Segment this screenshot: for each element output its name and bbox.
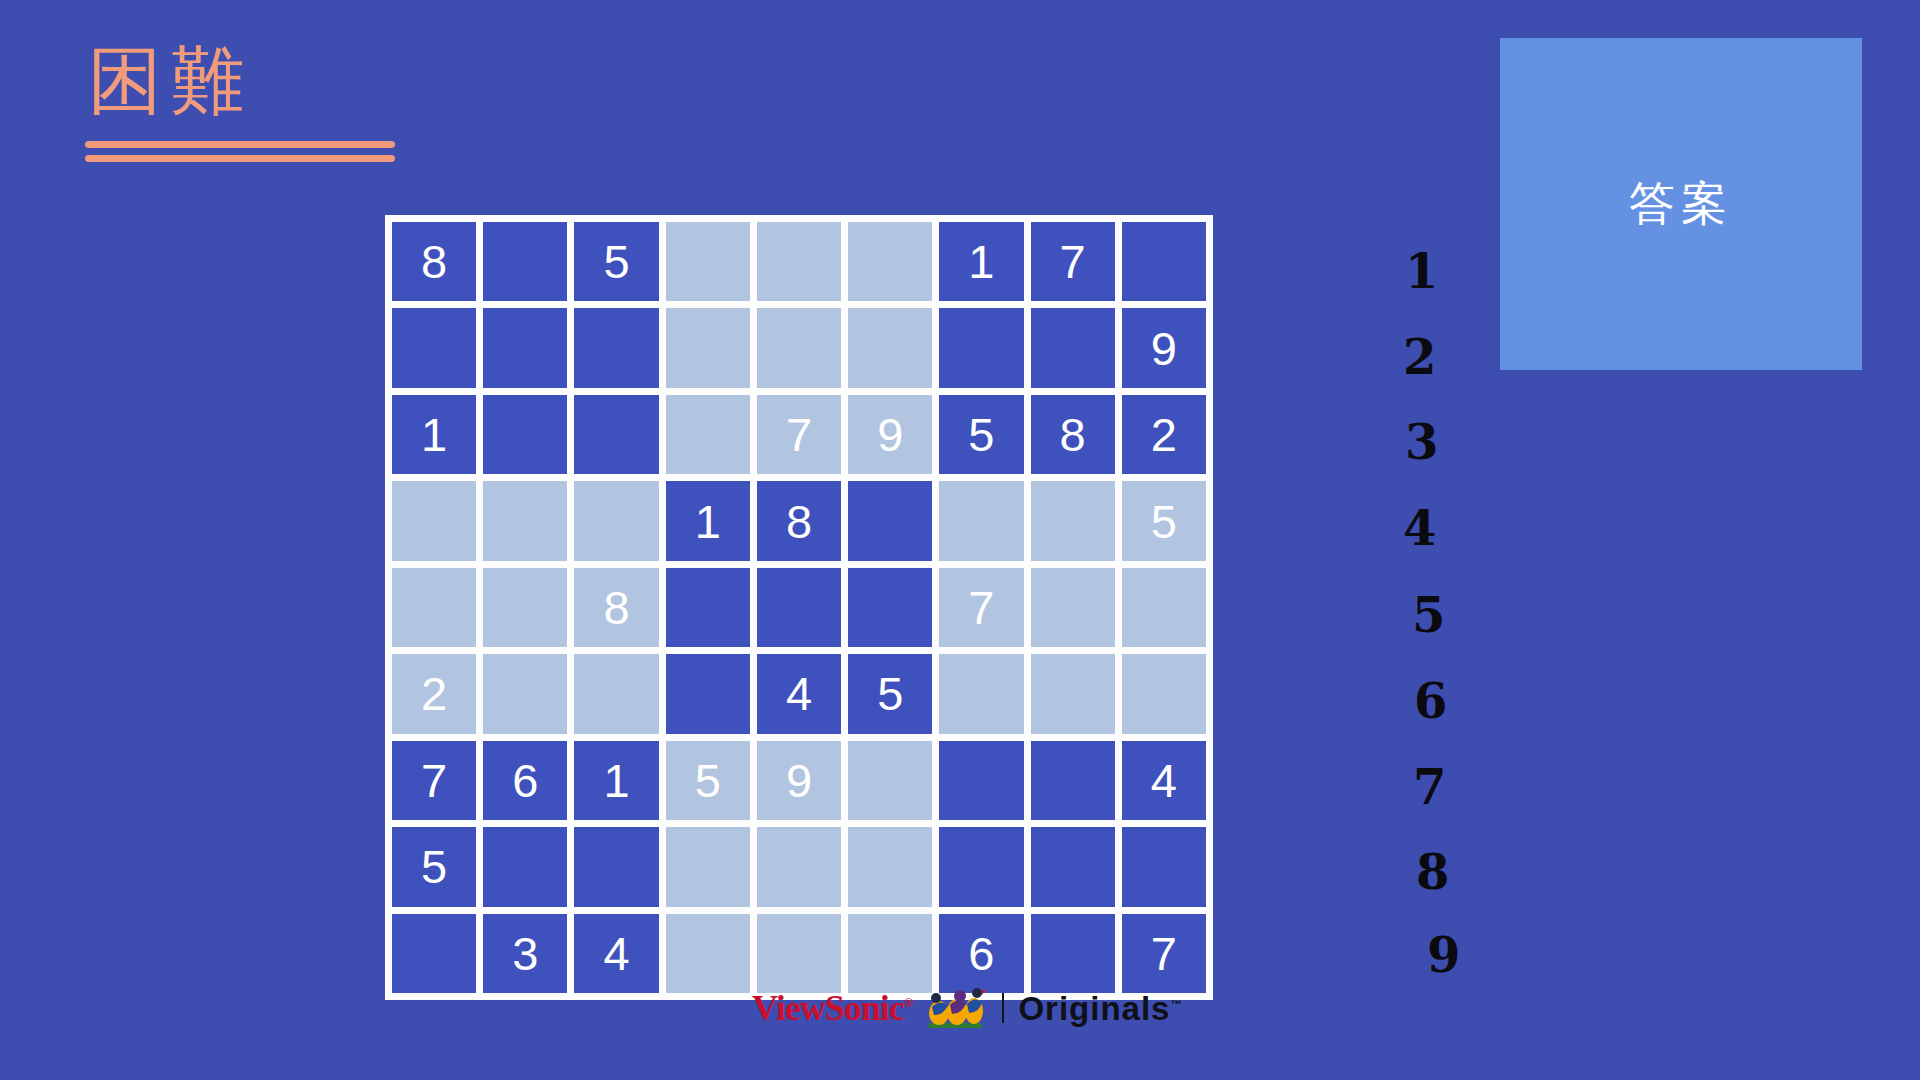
sudoku-cell-r1c3: 5	[574, 222, 658, 301]
sudoku-cell-r1c2	[483, 222, 567, 301]
sudoku-cell-r7c1: 7	[392, 741, 476, 820]
viewsonic-birds-icon	[924, 985, 986, 1031]
row-label-9: 9	[1427, 928, 1460, 982]
sudoku-cell-r1c1: 8	[392, 222, 476, 301]
sudoku-cell-r8c6	[848, 827, 932, 906]
sudoku-cell-r2c9: 9	[1122, 308, 1206, 387]
sudoku-board: 851791795821858724576159453467	[385, 215, 1213, 1000]
sudoku-cell-r4c2	[483, 481, 567, 560]
sudoku-cell-r5c6	[848, 568, 932, 647]
sudoku-cell-r6c5: 4	[757, 654, 841, 733]
row-label-5: 5	[1412, 588, 1445, 642]
answer-button[interactable]: 答案	[1500, 38, 1862, 370]
registered-mark: ®	[904, 995, 913, 1010]
sudoku-cell-r9c5	[757, 914, 841, 993]
sudoku-cell-r4c9: 5	[1122, 481, 1206, 560]
sudoku-cell-r9c7: 6	[939, 914, 1023, 993]
sudoku-cell-r1c8: 7	[1031, 222, 1115, 301]
sudoku-cell-r3c6: 9	[848, 395, 932, 474]
sudoku-cell-r1c9	[1122, 222, 1206, 301]
sudoku-cell-r5c5	[757, 568, 841, 647]
originals-wordmark: Originals™	[1018, 992, 1182, 1025]
sudoku-cell-r5c4	[666, 568, 750, 647]
footer-divider	[1002, 993, 1004, 1023]
sudoku-cell-r6c1: 2	[392, 654, 476, 733]
sudoku-cell-r4c6	[848, 481, 932, 560]
sudoku-cell-r4c7	[939, 481, 1023, 560]
sudoku-cell-r2c3	[574, 308, 658, 387]
sudoku-cell-r8c7	[939, 827, 1023, 906]
sudoku-cell-r8c5	[757, 827, 841, 906]
sudoku-cell-r6c4	[666, 654, 750, 733]
trademark-mark: ™	[1170, 998, 1182, 1010]
sudoku-cell-r8c1: 5	[392, 827, 476, 906]
sudoku-cell-r2c6	[848, 308, 932, 387]
answer-label: 答案	[1629, 173, 1733, 235]
sudoku-cell-r3c1: 1	[392, 395, 476, 474]
row-label-8: 8	[1416, 845, 1449, 899]
sudoku-cell-r6c7	[939, 654, 1023, 733]
sudoku-cell-r6c3	[574, 654, 658, 733]
sudoku-cell-r8c2	[483, 827, 567, 906]
row-label-6: 6	[1414, 674, 1447, 728]
sudoku-cell-r7c7	[939, 741, 1023, 820]
sudoku-cell-r5c9	[1122, 568, 1206, 647]
sudoku-cell-r5c3: 8	[574, 568, 658, 647]
sudoku-cell-r4c4: 1	[666, 481, 750, 560]
sudoku-cell-r2c7	[939, 308, 1023, 387]
sudoku-cell-r1c6	[848, 222, 932, 301]
sudoku-cell-r8c8	[1031, 827, 1115, 906]
sudoku-cell-r9c4	[666, 914, 750, 993]
sudoku-cell-r3c7: 5	[939, 395, 1023, 474]
sudoku-cell-r4c1	[392, 481, 476, 560]
sudoku-cell-r2c1	[392, 308, 476, 387]
row-label-1: 1	[1405, 244, 1438, 298]
sudoku-cell-r3c9: 2	[1122, 395, 1206, 474]
sudoku-cell-r6c9	[1122, 654, 1206, 733]
sudoku-cell-r2c5	[757, 308, 841, 387]
row-label-2: 2	[1403, 330, 1436, 384]
sudoku-cell-r9c8	[1031, 914, 1115, 993]
sudoku-cell-r1c7: 1	[939, 222, 1023, 301]
page-title: 困難	[88, 40, 252, 121]
sudoku-cell-r8c4	[666, 827, 750, 906]
sudoku-cell-r3c4	[666, 395, 750, 474]
sudoku-cell-r7c4: 5	[666, 741, 750, 820]
sudoku-cell-r3c8: 8	[1031, 395, 1115, 474]
sudoku-cell-r4c5: 8	[757, 481, 841, 560]
sudoku-cell-r4c3	[574, 481, 658, 560]
sudoku-cell-r7c2: 6	[483, 741, 567, 820]
sudoku-cell-r1c5	[757, 222, 841, 301]
viewsonic-wordmark: ViewSonic®	[752, 990, 912, 1026]
row-label-4: 4	[1403, 501, 1436, 555]
row-label-3: 3	[1405, 415, 1438, 469]
sudoku-cell-r9c2: 3	[483, 914, 567, 993]
sudoku-cell-r4c8	[1031, 481, 1115, 560]
sudoku-cell-r2c4	[666, 308, 750, 387]
sudoku-cell-r7c8	[1031, 741, 1115, 820]
sudoku-cell-r5c8	[1031, 568, 1115, 647]
sudoku-cell-r7c6	[848, 741, 932, 820]
sudoku-cell-r9c9: 7	[1122, 914, 1206, 993]
sudoku-cell-r6c8	[1031, 654, 1115, 733]
title-underline-bottom	[85, 155, 395, 162]
sudoku-cell-r5c2	[483, 568, 567, 647]
sudoku-cell-r9c3: 4	[574, 914, 658, 993]
sudoku-cell-r3c2	[483, 395, 567, 474]
sudoku-cell-r5c1	[392, 568, 476, 647]
sudoku-cell-r9c6	[848, 914, 932, 993]
sudoku-cell-r2c8	[1031, 308, 1115, 387]
sudoku-cell-r5c7: 7	[939, 568, 1023, 647]
brand-footer: ViewSonic® Originals™	[752, 984, 1182, 1032]
row-label-7: 7	[1413, 760, 1446, 814]
sudoku-cell-r7c5: 9	[757, 741, 841, 820]
sudoku-cell-r2c2	[483, 308, 567, 387]
sudoku-cell-r6c6: 5	[848, 654, 932, 733]
sudoku-cell-r7c9: 4	[1122, 741, 1206, 820]
sudoku-cell-r3c5: 7	[757, 395, 841, 474]
sudoku-cell-r3c3	[574, 395, 658, 474]
sudoku-cell-r1c4	[666, 222, 750, 301]
sudoku-cell-r8c9	[1122, 827, 1206, 906]
sudoku-cell-r7c3: 1	[574, 741, 658, 820]
title-underline-top	[85, 141, 395, 148]
sudoku-cell-r6c2	[483, 654, 567, 733]
sudoku-cell-r8c3	[574, 827, 658, 906]
sudoku-cell-r9c1	[392, 914, 476, 993]
